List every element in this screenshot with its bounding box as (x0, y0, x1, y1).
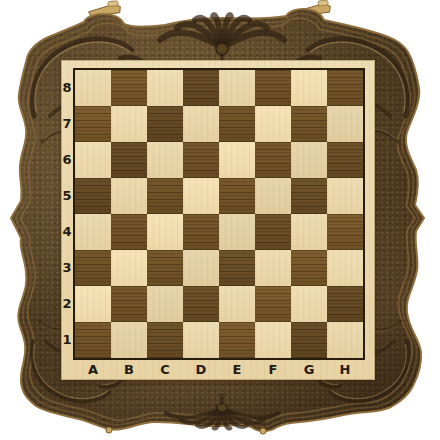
file-label-h: H (327, 362, 363, 378)
square-h7[interactable] (327, 106, 363, 142)
square-c2[interactable] (147, 286, 183, 322)
square-h3[interactable] (327, 250, 363, 286)
file-label-e: E (219, 362, 255, 378)
square-d3[interactable] (183, 250, 219, 286)
square-c8[interactable] (147, 70, 183, 106)
square-g8[interactable] (291, 70, 327, 106)
square-e5[interactable] (219, 178, 255, 214)
rank-label-5: 5 (61, 178, 73, 214)
rank-label-6: 6 (61, 142, 73, 178)
square-a1[interactable] (75, 322, 111, 358)
square-d5[interactable] (183, 178, 219, 214)
square-d8[interactable] (183, 70, 219, 106)
square-e7[interactable] (219, 106, 255, 142)
rank-label-8: 8 (61, 70, 73, 106)
square-e2[interactable] (219, 286, 255, 322)
file-label-f: F (255, 362, 291, 378)
square-b3[interactable] (111, 250, 147, 286)
square-d4[interactable] (183, 214, 219, 250)
file-label-c: C (147, 362, 183, 378)
square-b7[interactable] (111, 106, 147, 142)
square-g6[interactable] (291, 142, 327, 178)
square-c1[interactable] (147, 322, 183, 358)
square-b5[interactable] (111, 178, 147, 214)
square-b8[interactable] (111, 70, 147, 106)
square-c6[interactable] (147, 142, 183, 178)
square-a4[interactable] (75, 214, 111, 250)
file-label-d: D (183, 362, 219, 378)
square-g5[interactable] (291, 178, 327, 214)
square-c5[interactable] (147, 178, 183, 214)
square-d7[interactable] (183, 106, 219, 142)
square-h1[interactable] (327, 322, 363, 358)
square-a3[interactable] (75, 250, 111, 286)
square-h8[interactable] (327, 70, 363, 106)
square-e1[interactable] (219, 322, 255, 358)
file-label-g: G (291, 362, 327, 378)
square-a6[interactable] (75, 142, 111, 178)
square-g4[interactable] (291, 214, 327, 250)
square-f7[interactable] (255, 106, 291, 142)
chess-board-panel: 87654321 ABCDEFGH (61, 60, 375, 380)
square-h4[interactable] (327, 214, 363, 250)
square-c7[interactable] (147, 106, 183, 142)
square-d1[interactable] (183, 322, 219, 358)
square-b6[interactable] (111, 142, 147, 178)
square-a2[interactable] (75, 286, 111, 322)
carved-chess-board-photo: 87654321 ABCDEFGH (0, 0, 440, 440)
square-a7[interactable] (75, 106, 111, 142)
square-e6[interactable] (219, 142, 255, 178)
square-a5[interactable] (75, 178, 111, 214)
rank-label-3: 3 (61, 250, 73, 286)
square-f1[interactable] (255, 322, 291, 358)
square-e4[interactable] (219, 214, 255, 250)
board-grid[interactable] (73, 68, 365, 360)
rank-label-1: 1 (61, 322, 73, 358)
file-label-a: A (75, 362, 111, 378)
square-g3[interactable] (291, 250, 327, 286)
square-d2[interactable] (183, 286, 219, 322)
square-a8[interactable] (75, 70, 111, 106)
square-b4[interactable] (111, 214, 147, 250)
square-f3[interactable] (255, 250, 291, 286)
square-c4[interactable] (147, 214, 183, 250)
square-g2[interactable] (291, 286, 327, 322)
square-g7[interactable] (291, 106, 327, 142)
square-e3[interactable] (219, 250, 255, 286)
square-b2[interactable] (111, 286, 147, 322)
square-h5[interactable] (327, 178, 363, 214)
square-h2[interactable] (327, 286, 363, 322)
square-g1[interactable] (291, 322, 327, 358)
square-f8[interactable] (255, 70, 291, 106)
square-c3[interactable] (147, 250, 183, 286)
rank-label-4: 4 (61, 214, 73, 250)
square-f4[interactable] (255, 214, 291, 250)
square-f5[interactable] (255, 178, 291, 214)
square-h6[interactable] (327, 142, 363, 178)
square-f6[interactable] (255, 142, 291, 178)
square-d6[interactable] (183, 142, 219, 178)
rank-label-7: 7 (61, 106, 73, 142)
square-f2[interactable] (255, 286, 291, 322)
square-b1[interactable] (111, 322, 147, 358)
file-label-b: B (111, 362, 147, 378)
square-e8[interactable] (219, 70, 255, 106)
rank-label-2: 2 (61, 286, 73, 322)
